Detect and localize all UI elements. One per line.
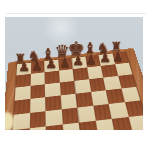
chess-set-photo: ♜♞♝♛♚♝♞♜♟♟♟♟♟♟♟♟ xyxy=(5,17,143,130)
square-h3 xyxy=(128,115,143,130)
square-d3 xyxy=(62,123,80,130)
square-a4 xyxy=(13,113,30,130)
wooden-board-frame xyxy=(5,48,143,130)
photo-top-hairline xyxy=(6,13,146,14)
square-c3 xyxy=(46,125,64,130)
page: ♜♞♝♛♚♝♞♜♟♟♟♟♟♟♟♟ xyxy=(0,0,150,150)
square-h4 xyxy=(124,100,143,117)
square-b3 xyxy=(29,126,46,130)
background-highlight xyxy=(43,17,79,45)
